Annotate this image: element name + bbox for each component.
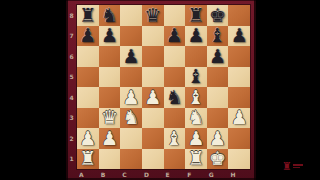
square-f2[interactable]: ♟ [185, 128, 207, 149]
square-b7[interactable]: ♟ [99, 26, 121, 47]
square-c1[interactable] [120, 149, 142, 170]
file-label-b: B [101, 170, 123, 179]
rank-label-6: 6 [66, 46, 77, 67]
white-rook-f1[interactable]: ♜ [187, 149, 204, 168]
file-label-h: H [230, 170, 252, 179]
rook-logo-icon: ♜ [282, 161, 292, 172]
square-f5[interactable]: ♝ [185, 67, 207, 88]
square-d4[interactable]: ♟ [142, 87, 164, 108]
video-frame: 87654321 ABCDEFGH ♜♞♛♜♚♟♟♟♟♝♟♟♟♝♟♟♞♝♛♞♞♟… [0, 0, 320, 180]
black-knight-b8[interactable]: ♞ [101, 5, 118, 24]
square-e3[interactable] [164, 108, 186, 129]
black-pawn-a7[interactable]: ♟ [79, 26, 96, 45]
square-h5[interactable] [228, 67, 250, 88]
square-e8[interactable] [164, 5, 186, 26]
black-pawn-e7[interactable]: ♟ [166, 26, 183, 45]
square-f4[interactable]: ♝ [185, 87, 207, 108]
square-b3[interactable]: ♛ [99, 108, 121, 129]
white-bishop-f4[interactable]: ♝ [187, 87, 204, 106]
square-a4[interactable] [77, 87, 99, 108]
rank-label-7: 7 [66, 26, 77, 47]
black-king-g8[interactable]: ♚ [209, 5, 226, 24]
white-pawn-h3[interactable]: ♟ [231, 108, 248, 127]
square-b5[interactable] [99, 67, 121, 88]
square-a7[interactable]: ♟ [77, 26, 99, 47]
square-a3[interactable] [77, 108, 99, 129]
file-label-f: F [187, 170, 209, 179]
square-h3[interactable]: ♟ [228, 108, 250, 129]
square-h1[interactable] [228, 149, 250, 170]
chess-board-frame: 87654321 ABCDEFGH ♜♞♛♜♚♟♟♟♟♝♟♟♟♝♟♟♞♝♛♞♞♟… [66, 0, 256, 180]
square-b6[interactable] [99, 46, 121, 67]
rank-label-2: 2 [66, 128, 77, 149]
square-a8[interactable]: ♜ [77, 5, 99, 26]
square-e4[interactable]: ♞ [164, 87, 186, 108]
watermark-logo: ♜ [282, 159, 308, 173]
square-a1[interactable]: ♜ [77, 149, 99, 170]
black-pawn-f7[interactable]: ♟ [187, 26, 204, 45]
square-c4[interactable]: ♟ [120, 87, 142, 108]
white-knight-c3[interactable]: ♞ [123, 108, 140, 127]
square-h4[interactable] [228, 87, 250, 108]
square-b1[interactable] [99, 149, 121, 170]
square-d6[interactable] [142, 46, 164, 67]
black-rook-f8[interactable]: ♜ [187, 5, 204, 24]
black-bishop-g7[interactable]: ♝ [209, 26, 226, 45]
white-pawn-f2[interactable]: ♟ [187, 128, 204, 147]
file-label-e: E [166, 170, 188, 179]
black-knight-e4[interactable]: ♞ [166, 87, 183, 106]
black-rook-a8[interactable]: ♜ [79, 5, 96, 24]
square-e6[interactable] [164, 46, 186, 67]
white-knight-f3[interactable]: ♞ [187, 108, 204, 127]
file-label-d: D [144, 170, 166, 179]
square-h2[interactable] [228, 128, 250, 149]
square-c2[interactable] [120, 128, 142, 149]
square-e2[interactable]: ♝ [164, 128, 186, 149]
white-pawn-d4[interactable]: ♟ [144, 87, 161, 106]
square-h6[interactable] [228, 46, 250, 67]
square-a5[interactable] [77, 67, 99, 88]
square-d3[interactable] [142, 108, 164, 129]
square-f1[interactable]: ♜ [185, 149, 207, 170]
square-f3[interactable]: ♞ [185, 108, 207, 129]
rank-label-3: 3 [66, 108, 77, 129]
square-b8[interactable]: ♞ [99, 5, 121, 26]
square-e7[interactable]: ♟ [164, 26, 186, 47]
rank-label-8: 8 [66, 5, 77, 26]
file-label-a: A [79, 170, 101, 179]
square-g5[interactable] [207, 67, 229, 88]
square-a6[interactable] [77, 46, 99, 67]
square-c5[interactable] [120, 67, 142, 88]
square-c6[interactable]: ♟ [120, 46, 142, 67]
rank-label-5: 5 [66, 67, 77, 88]
rank-label-1: 1 [66, 149, 77, 170]
square-g4[interactable] [207, 87, 229, 108]
square-g3[interactable] [207, 108, 229, 129]
square-e1[interactable] [164, 149, 186, 170]
black-pawn-h7[interactable]: ♟ [231, 26, 248, 45]
square-d5[interactable] [142, 67, 164, 88]
square-d2[interactable] [142, 128, 164, 149]
square-g6[interactable]: ♟ [207, 46, 229, 67]
white-queen-b3[interactable]: ♛ [101, 108, 118, 127]
white-pawn-b2[interactable]: ♟ [101, 128, 118, 147]
square-g2[interactable]: ♟ [207, 128, 229, 149]
square-g8[interactable]: ♚ [207, 5, 229, 26]
square-c7[interactable] [120, 26, 142, 47]
square-f7[interactable]: ♟ [185, 26, 207, 47]
square-f8[interactable]: ♜ [185, 5, 207, 26]
square-e5[interactable] [164, 67, 186, 88]
logo-text-lines [293, 164, 303, 169]
square-c3[interactable]: ♞ [120, 108, 142, 129]
square-g1[interactable]: ♚ [207, 149, 229, 170]
chess-board[interactable]: ♜♞♛♜♚♟♟♟♟♝♟♟♟♝♟♟♞♝♛♞♞♟♟♟♝♟♟♜♜♚ [77, 5, 250, 169]
white-pawn-g2[interactable]: ♟ [209, 128, 226, 147]
square-c8[interactable] [120, 5, 142, 26]
white-pawn-c4[interactable]: ♟ [123, 87, 140, 106]
black-pawn-g6[interactable]: ♟ [209, 46, 226, 65]
square-b2[interactable]: ♟ [99, 128, 121, 149]
black-pawn-c6[interactable]: ♟ [123, 46, 140, 65]
white-king-g1[interactable]: ♚ [209, 149, 226, 168]
black-queen-d8[interactable]: ♛ [144, 5, 161, 24]
square-h7[interactable]: ♟ [228, 26, 250, 47]
square-h8[interactable] [228, 5, 250, 26]
white-rook-a1[interactable]: ♜ [79, 149, 96, 168]
file-label-c: C [122, 170, 144, 179]
square-d8[interactable]: ♛ [142, 5, 164, 26]
file-label-g: G [209, 170, 231, 179]
rank-label-4: 4 [66, 87, 77, 108]
white-pawn-a2[interactable]: ♟ [79, 128, 96, 147]
square-f6[interactable] [185, 46, 207, 67]
square-d7[interactable] [142, 26, 164, 47]
square-g7[interactable]: ♝ [207, 26, 229, 47]
square-d1[interactable] [142, 149, 164, 170]
black-bishop-f5[interactable]: ♝ [187, 67, 204, 86]
white-bishop-e2[interactable]: ♝ [166, 128, 183, 147]
black-pawn-b7[interactable]: ♟ [101, 26, 118, 45]
square-b4[interactable] [99, 87, 121, 108]
square-a2[interactable]: ♟ [77, 128, 99, 149]
